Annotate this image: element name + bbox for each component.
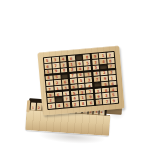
tile-digit: 3	[94, 60, 97, 63]
tile-digit: 2	[96, 89, 99, 92]
cell-r1c2[interactable]: 3	[52, 57, 59, 62]
sudoku-grid: 5346891267219534819834257857614234268537…	[43, 51, 119, 110]
cell-r5c8[interactable]: 9	[101, 76, 108, 81]
cell-r8c2[interactable]	[55, 97, 62, 102]
cell-r1c9[interactable]: 2	[107, 52, 114, 57]
sudoku-board-box: 5346891267219534819834257857614234268537…	[37, 46, 124, 116]
cell-r8c9[interactable]: 5	[110, 92, 117, 97]
tile-digit: 1	[65, 92, 68, 95]
cell-r9c1[interactable]: 3	[48, 104, 55, 109]
cell-r8c4[interactable]: 4	[71, 96, 78, 101]
tile-digit: 1	[70, 62, 73, 65]
tile-digit: 7	[88, 90, 91, 93]
product-photo-wooden-sudoku: 1234567891234 53468912672195348198342578…	[0, 0, 150, 150]
tile-digit: 7	[55, 64, 58, 67]
cell-r2c8[interactable]: 4	[99, 58, 106, 63]
grid-area: 5346891267219534819834257857614234268537…	[43, 51, 119, 110]
tile-digit: 5	[73, 91, 76, 94]
tile-digit: 7	[105, 100, 108, 103]
tile-digit: 4	[58, 104, 61, 107]
cell-r1c8[interactable]: 1	[99, 53, 106, 58]
tile-digit: 5	[46, 59, 49, 62]
cell-r2c1[interactable]: 6	[44, 63, 51, 68]
cell-r5c4[interactable]: 8	[69, 79, 76, 84]
tile-digit: 6	[97, 95, 100, 98]
tile-digit: 4	[102, 60, 105, 63]
cell-r5c5[interactable]: 5	[77, 78, 84, 83]
tile-digit: 3	[87, 78, 90, 81]
cell-r1c4[interactable]: 6	[67, 55, 74, 60]
tile-digit: 2	[109, 53, 112, 56]
tile-digit: 1	[97, 101, 100, 104]
tile-digit: 5	[56, 75, 59, 78]
tile-digit: 9	[93, 55, 96, 58]
tile-digit: 8	[48, 76, 51, 79]
spare-tile-digit: 4	[101, 110, 103, 113]
tile-digit: 1	[87, 72, 90, 75]
cell-r1c5[interactable]	[75, 55, 82, 60]
spare-tile-digit: 2	[38, 106, 40, 109]
tile-digit: 2	[74, 103, 77, 106]
tile-digit: 1	[81, 96, 84, 99]
tile-digit: 7	[65, 98, 68, 101]
tile-digit: 9	[89, 95, 92, 98]
tile-digit: 7	[95, 78, 98, 81]
tile-digit: 9	[103, 77, 106, 80]
tile-digit: 9	[113, 99, 116, 102]
cell-r9c4[interactable]: 2	[72, 102, 79, 107]
tile-digit: 9	[49, 93, 52, 96]
tile-digit: 3	[81, 90, 84, 93]
cell-r2c5[interactable]: 9	[76, 61, 83, 66]
tile-digit: 6	[64, 80, 67, 83]
cell-r5c2[interactable]: 2	[54, 80, 61, 85]
tile-digit: 8	[85, 55, 88, 58]
cell-r9c5[interactable]: 8	[79, 101, 86, 106]
cell-r2c9[interactable]: 8	[107, 58, 114, 63]
tile-digit: 8	[82, 102, 85, 105]
tile-digit: 3	[111, 70, 114, 73]
cell-r8c5[interactable]: 1	[79, 95, 86, 100]
tile-digit: 2	[62, 63, 65, 66]
tile-digit: 4	[95, 72, 98, 75]
tile-digit: 2	[56, 81, 59, 84]
tile-digit: 5	[113, 93, 116, 96]
cell-r9c2[interactable]: 4	[56, 103, 63, 108]
tile-digit: 1	[111, 76, 114, 79]
tile-digit: 9	[78, 62, 81, 65]
cell-r5c1[interactable]: 4	[46, 81, 53, 86]
tile-digit: 2	[50, 99, 53, 102]
tile-digit: 5	[80, 79, 83, 82]
tile-digit: 6	[57, 92, 60, 95]
tile-digit: 5	[86, 61, 89, 64]
tile-digit: 8	[104, 88, 107, 91]
cell-r2c2[interactable]: 7	[52, 63, 59, 68]
cell-r9c9[interactable]: 9	[111, 98, 118, 103]
tile-digit: 5	[66, 103, 69, 106]
tile-digit: 3	[50, 105, 53, 108]
tile-digit: 4	[48, 82, 51, 85]
tile-digit: 3	[54, 58, 57, 61]
tile-digit: 3	[105, 94, 108, 97]
tile-digit: 6	[70, 57, 73, 60]
tile-digit: 6	[47, 64, 50, 67]
tile-digit: 8	[110, 59, 113, 62]
tile-digit: 6	[79, 73, 82, 76]
spare-tile-digit: 1	[32, 105, 34, 108]
cell-r5c9[interactable]: 1	[109, 75, 116, 80]
cell-r8c1[interactable]: 2	[47, 98, 54, 103]
tile-digit: 1	[101, 54, 104, 57]
cell-r2c4[interactable]: 1	[68, 61, 75, 66]
tile-digit: 4	[73, 97, 76, 100]
cell-r8c8[interactable]: 3	[102, 93, 109, 98]
tile-digit: 6	[89, 101, 92, 104]
cell-r9c8[interactable]: 7	[103, 99, 110, 104]
tile-digit: 4	[62, 57, 65, 60]
cell-r1c1[interactable]: 5	[44, 58, 51, 63]
tile-digit: 2	[103, 71, 106, 74]
tile-digit: 7	[71, 74, 74, 77]
tile-digit: 8	[72, 80, 75, 83]
tile-digit: 4	[112, 88, 115, 91]
